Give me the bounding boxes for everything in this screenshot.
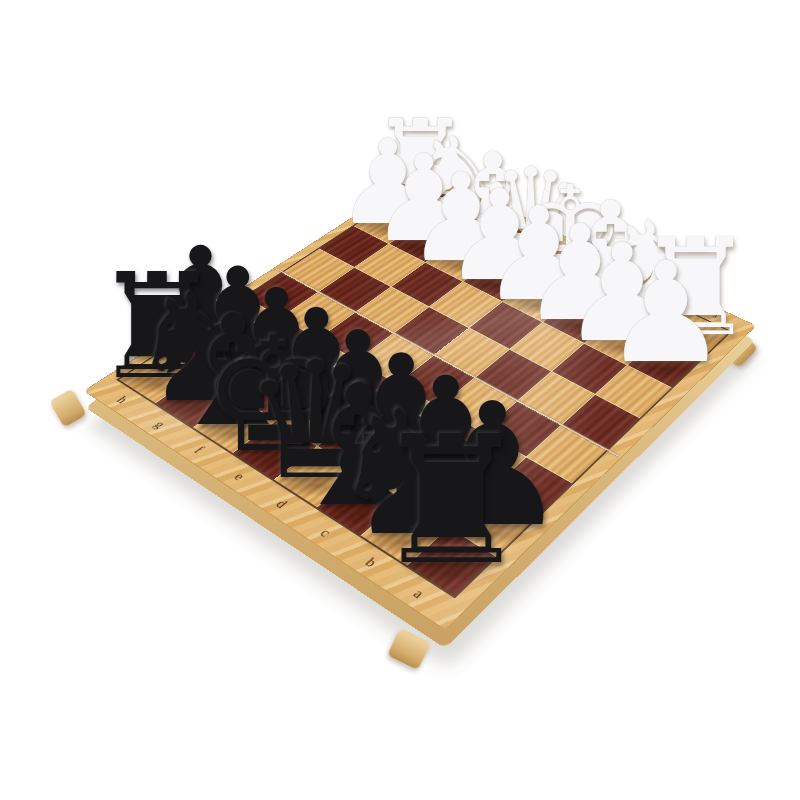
file-label-a-far: a (711, 312, 720, 319)
file-label-b: b (362, 555, 381, 570)
file-label-e-far: e (548, 235, 557, 241)
file-label-c: c (316, 525, 334, 539)
board-foot-left (49, 389, 87, 428)
file-label-g: g (151, 418, 169, 431)
file-label-e: e (231, 470, 249, 483)
file-label-f-far: f (510, 217, 519, 223)
file-label-d: d (272, 497, 291, 511)
chess-board: h g f e d c b a h g f e d c b a (83, 170, 756, 631)
board-grid (116, 182, 732, 598)
file-label-g-far: g (473, 200, 483, 206)
folding-chess-set-photo: h g f e d c b a h g f e d c b a ♜♞♝♛♚♝♞♜… (0, 0, 800, 800)
file-label-f: f (191, 444, 208, 456)
file-label-b-far: b (668, 292, 678, 299)
file-label-h: h (113, 394, 131, 406)
file-label-d-far: d (586, 253, 596, 260)
file-label-a: a (410, 586, 428, 602)
file-label-h-far: h (438, 183, 448, 189)
file-label-c-far: c (627, 272, 636, 279)
